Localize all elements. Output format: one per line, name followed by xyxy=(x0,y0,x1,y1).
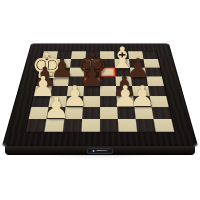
white-pawn-b2[interactable]: ♟ xyxy=(43,94,70,124)
white-pawn-g3[interactable]: ♟ xyxy=(129,83,155,112)
chessboard-product-photo: ♚♝♟♟♟♟♟♚♟♟♟♟♟ xyxy=(0,0,200,200)
pieces-layer: ♚♝♟♟♟♟♟♚♟♟♟♟♟ xyxy=(0,0,200,200)
